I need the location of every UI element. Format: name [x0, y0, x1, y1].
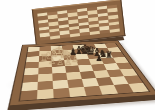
piece-white-pawn: ♙: [71, 56, 78, 64]
piece-black-pawn: ♟: [95, 55, 102, 63]
piece-white-pawn: ♙: [56, 59, 63, 67]
piece-black-rook: ♜: [105, 51, 113, 60]
chess-set-product-photo: ♟♝♚♛♝♞♜♟♖♘♗♔♕♗♙♙♙♙: [0, 0, 155, 110]
piece-white-pawn: ♙: [48, 58, 55, 66]
pieces-layer: ♟♝♚♛♝♞♜♟♖♘♗♔♕♗♙♙♙♙: [0, 0, 155, 110]
